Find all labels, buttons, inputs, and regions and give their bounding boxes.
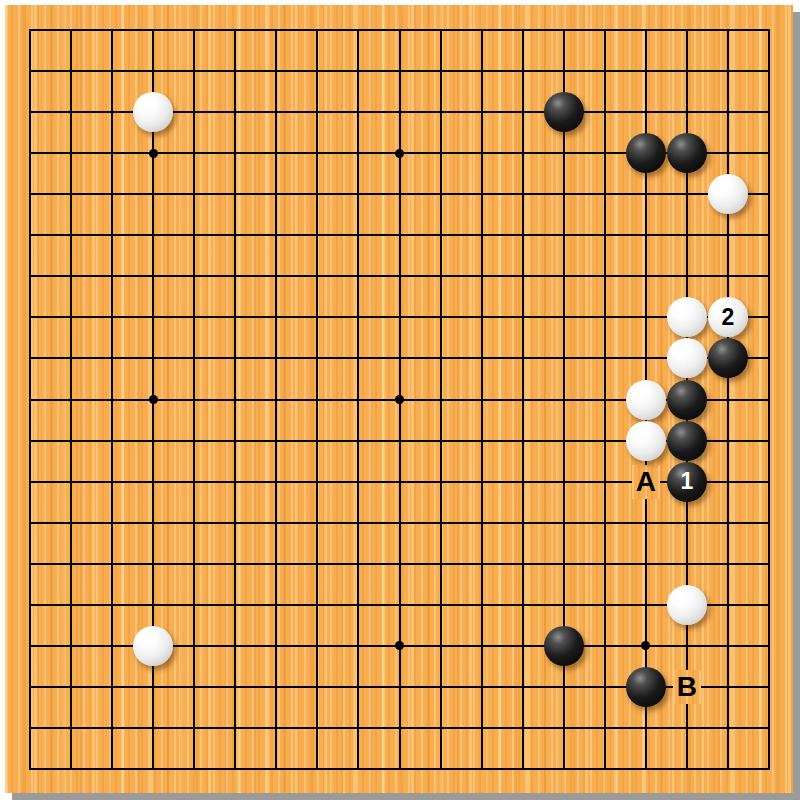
stone-white-Q9[interactable] xyxy=(626,421,666,461)
point-label-A[interactable]: A xyxy=(632,465,660,499)
grid-line-vertical xyxy=(440,29,442,770)
stone-black-S11[interactable] xyxy=(708,338,748,378)
stone-white-R5[interactable] xyxy=(667,585,707,625)
grid-line-vertical xyxy=(768,29,770,770)
grid-line-horizontal xyxy=(29,522,770,524)
stone-move-number: 1 xyxy=(681,470,694,493)
stone-white-D17[interactable] xyxy=(133,92,173,132)
star-point xyxy=(395,149,404,158)
stone-white-R12[interactable] xyxy=(667,297,707,337)
grid-line-horizontal xyxy=(29,727,770,729)
stone-white-S15[interactable] xyxy=(708,174,748,214)
grid-line-horizontal xyxy=(29,768,770,770)
go-board[interactable]: AB21 xyxy=(5,5,793,793)
grid-line-horizontal xyxy=(29,604,770,606)
star-point xyxy=(641,641,650,650)
stone-black-O4[interactable] xyxy=(544,626,584,666)
grid-line-vertical xyxy=(727,29,729,770)
stone-black-R8[interactable]: 1 xyxy=(667,462,707,502)
page-background: AB21 xyxy=(0,0,800,800)
stone-white-D4[interactable] xyxy=(133,626,173,666)
stone-black-Q3[interactable] xyxy=(626,667,666,707)
stone-white-R11[interactable] xyxy=(667,338,707,378)
star-point xyxy=(395,395,404,404)
grid-line-vertical xyxy=(522,29,524,770)
stone-black-O17[interactable] xyxy=(544,92,584,132)
stone-white-S12[interactable]: 2 xyxy=(708,297,748,337)
stone-black-R16[interactable] xyxy=(667,133,707,173)
stone-black-R9[interactable] xyxy=(667,421,707,461)
point-label-text: B xyxy=(677,671,697,703)
stone-black-Q16[interactable] xyxy=(626,133,666,173)
stone-black-R10[interactable] xyxy=(667,380,707,420)
point-label-B[interactable]: B xyxy=(673,670,701,704)
grid-line-horizontal xyxy=(29,563,770,565)
star-point xyxy=(395,641,404,650)
point-label-text: A xyxy=(636,466,656,498)
stone-white-Q10[interactable] xyxy=(626,380,666,420)
star-point xyxy=(149,149,158,158)
grid-line-vertical xyxy=(604,29,606,770)
grid-line-vertical xyxy=(481,29,483,770)
star-point xyxy=(149,395,158,404)
stone-move-number: 2 xyxy=(722,306,735,329)
